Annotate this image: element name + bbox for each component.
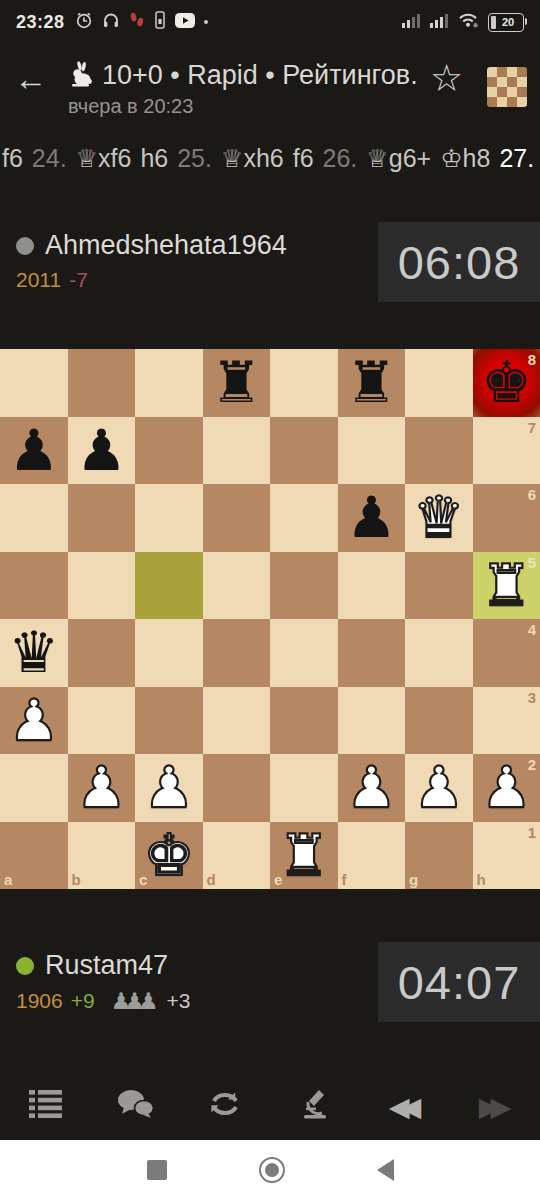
square-c6[interactable]: [135, 484, 203, 552]
square-d4[interactable]: [203, 619, 271, 687]
back-icon[interactable]: [377, 1159, 394, 1181]
square-c1[interactable]: ♚c: [135, 822, 203, 890]
rank-label: 2: [528, 757, 536, 772]
app-screen: 23:28: [0, 0, 540, 1200]
square-e4[interactable]: [270, 619, 338, 687]
black-rook: ♜: [211, 354, 262, 411]
square-c8[interactable]: [135, 349, 203, 417]
game-title-block: 10+0 • Rapid • Рейтингов... вчера в 20:2…: [68, 60, 418, 118]
menu-list-button[interactable]: [15, 1081, 75, 1131]
square-d1[interactable]: d: [203, 822, 271, 890]
square-d3[interactable]: [203, 687, 271, 755]
white-pawn: ♟: [481, 759, 532, 816]
home-icon[interactable]: [259, 1157, 285, 1183]
bottom-toolbar: ◀◀ ▶▶: [0, 1078, 540, 1134]
square-g4[interactable]: [405, 619, 473, 687]
status-bar: 23:28: [0, 0, 540, 44]
square-f5[interactable]: [338, 552, 406, 620]
white-rook: ♜: [278, 827, 329, 884]
rabbit-icon: [68, 61, 93, 91]
black-king: ♚: [481, 354, 532, 411]
white-pawn: ♟: [8, 692, 59, 749]
flip-board-icon: [208, 1088, 242, 1124]
battery-icon: 20: [488, 13, 524, 32]
move[interactable]: ♕xh6: [221, 144, 284, 173]
back-button[interactable]: ←: [14, 62, 47, 95]
square-d2[interactable]: [203, 754, 271, 822]
black-pawn: ♟: [76, 422, 127, 479]
square-a6[interactable]: [0, 484, 68, 552]
player-bottom-name[interactable]: Rustam47: [45, 950, 168, 981]
material-advantage: +3: [167, 989, 191, 1013]
youtube-icon: [175, 13, 195, 32]
square-d5[interactable]: [203, 552, 271, 620]
move[interactable]: h6: [140, 144, 168, 173]
square-e2[interactable]: [270, 754, 338, 822]
square-b4[interactable]: [68, 619, 136, 687]
clock-top: 06:08: [378, 222, 540, 302]
square-a7[interactable]: ♟: [0, 417, 68, 485]
square-g6[interactable]: ♛: [405, 484, 473, 552]
player-top-name[interactable]: Ahmedshehata1964: [45, 230, 287, 261]
square-e6[interactable]: [270, 484, 338, 552]
move[interactable]: ♕xf6: [76, 144, 132, 173]
white-rook: ♜: [481, 557, 532, 614]
notification-dot: [204, 20, 208, 24]
square-b2[interactable]: ♟: [68, 754, 136, 822]
analysis-microscope-icon: [299, 1088, 331, 1124]
rank-label: 4: [528, 622, 536, 637]
move[interactable]: f6: [2, 144, 23, 173]
square-a5[interactable]: [0, 552, 68, 620]
black-pawn: ♟: [346, 489, 397, 546]
square-b3[interactable]: [68, 687, 136, 755]
file-label: c: [139, 872, 147, 887]
white-pawn: ♟: [413, 759, 464, 816]
flip-board-button[interactable]: [195, 1081, 255, 1131]
move[interactable]: ♕g6+: [366, 144, 431, 173]
black-queen: ♛: [8, 624, 59, 681]
square-f1[interactable]: f: [338, 822, 406, 890]
square-f6[interactable]: ♟: [338, 484, 406, 552]
recents-icon[interactable]: [147, 1160, 167, 1180]
alarm-icon: [75, 11, 93, 33]
fast-forward-icon: ▶▶: [479, 1091, 512, 1122]
square-h7[interactable]: 7: [473, 417, 540, 485]
file-label: e: [274, 872, 282, 887]
file-label: h: [477, 872, 486, 887]
square-h4[interactable]: 4: [473, 619, 540, 687]
square-b7[interactable]: ♟: [68, 417, 136, 485]
square-g3[interactable]: [405, 687, 473, 755]
bookmark-star-button[interactable]: ☆: [430, 60, 463, 97]
square-a8[interactable]: [0, 349, 68, 417]
rank-label: 3: [528, 690, 536, 705]
square-g7[interactable]: [405, 417, 473, 485]
move-number[interactable]: 25.: [177, 144, 212, 173]
square-h2[interactable]: ♟2: [473, 754, 540, 822]
rank-label: 6: [528, 487, 536, 502]
player-top: Ahmedshehata1964 2011 -7: [16, 230, 376, 292]
file-label: g: [409, 872, 418, 887]
clock-bottom: 04:07: [378, 942, 540, 1022]
square-e5[interactable]: [270, 552, 338, 620]
square-e8[interactable]: [270, 349, 338, 417]
square-d7[interactable]: [203, 417, 271, 485]
file-label: a: [4, 872, 12, 887]
battery-app-icon: [154, 11, 166, 33]
square-h6[interactable]: 6: [473, 484, 540, 552]
black-pawn: ♟: [8, 422, 59, 479]
analysis-button[interactable]: [285, 1081, 345, 1131]
white-pawn: ♟: [76, 759, 127, 816]
square-c7[interactable]: [135, 417, 203, 485]
move-number[interactable]: 26.: [323, 144, 358, 173]
square-f3[interactable]: [338, 687, 406, 755]
square-h3[interactable]: 3: [473, 687, 540, 755]
square-c4[interactable]: [135, 619, 203, 687]
square-f2[interactable]: ♟: [338, 754, 406, 822]
move[interactable]: f6: [293, 144, 314, 173]
chat-button[interactable]: [105, 1081, 165, 1131]
square-e3[interactable]: [270, 687, 338, 755]
player-top-rating: 2011: [16, 268, 61, 292]
square-g1[interactable]: g: [405, 822, 473, 890]
wifi-icon: [458, 12, 479, 32]
player-top-rating-diff: -7: [69, 268, 88, 292]
file-label: d: [207, 872, 216, 887]
rank-label: 5: [528, 555, 536, 570]
square-d8[interactable]: ♜: [203, 349, 271, 417]
square-e7[interactable]: [270, 417, 338, 485]
menu-list-icon: [29, 1090, 62, 1122]
board-thumbnail-button[interactable]: [487, 67, 527, 107]
square-g2[interactable]: ♟: [405, 754, 473, 822]
rank-label: 8: [528, 352, 536, 367]
file-label: b: [72, 872, 81, 887]
square-c2[interactable]: ♟: [135, 754, 203, 822]
square-h1[interactable]: 1h: [473, 822, 540, 890]
move[interactable]: ♔h8: [440, 144, 490, 173]
online-dot-icon: [16, 957, 34, 975]
battery-percent: 20: [502, 16, 514, 28]
move-list: f624.♕xf6h625.♕xh6f626.♕g6+♔h827.♖h5#: [2, 137, 540, 179]
square-a1[interactable]: a: [0, 822, 68, 890]
white-queen: ♛: [413, 489, 464, 546]
android-nav-bar: [0, 1140, 540, 1200]
square-f8[interactable]: ♜: [338, 349, 406, 417]
cell-signal-icon: [402, 13, 421, 32]
square-e1[interactable]: ♜e: [270, 822, 338, 890]
page-title: 10+0 • Rapid • Рейтингов...: [102, 60, 418, 91]
square-f7[interactable]: [338, 417, 406, 485]
white-king: ♚: [143, 827, 194, 884]
white-pawn: ♟: [346, 759, 397, 816]
player-bottom: Rustam47 1906 +9 ♟♟♟ +3: [16, 950, 376, 1014]
black-rook: ♜: [346, 354, 397, 411]
rewind-icon: ◀◀: [389, 1091, 422, 1122]
square-a2[interactable]: [0, 754, 68, 822]
offline-dot-icon: [16, 237, 34, 255]
square-h8[interactable]: ♚8: [473, 349, 540, 417]
player-bottom-rating: 1906: [16, 989, 63, 1013]
player-bottom-rating-diff: +9: [71, 989, 95, 1013]
cell-signal-icon: [430, 13, 449, 32]
square-c3[interactable]: [135, 687, 203, 755]
headset-icon: [102, 11, 120, 33]
square-b5[interactable]: [68, 552, 136, 620]
footsteps-icon: [129, 11, 145, 33]
square-a3[interactable]: ♟: [0, 687, 68, 755]
square-h5[interactable]: ♜5: [473, 552, 540, 620]
square-f4[interactable]: [338, 619, 406, 687]
square-g5[interactable]: [405, 552, 473, 620]
chess-board: ♜♜♚8♟♟7♟♛6♜5♛4♟3♟♟♟♟♟2ab♚cd♜efg1h: [0, 349, 540, 889]
square-a4[interactable]: ♛: [0, 619, 68, 687]
square-c5[interactable]: [135, 552, 203, 620]
file-label: f: [342, 872, 347, 887]
fast-forward-button[interactable]: ▶▶: [465, 1081, 525, 1131]
move-number[interactable]: 27.: [499, 144, 534, 173]
rank-label: 1: [528, 825, 536, 840]
captured-pawns-icons: ♟♟♟: [111, 988, 159, 1014]
game-date: вчера в 20:23: [68, 95, 418, 118]
square-d6[interactable]: [203, 484, 271, 552]
white-pawn: ♟: [143, 759, 194, 816]
move-number[interactable]: 24.: [32, 144, 67, 173]
square-b1[interactable]: b: [68, 822, 136, 890]
clock-time: 23:28: [16, 12, 65, 33]
rank-label: 7: [528, 420, 536, 435]
square-b6[interactable]: [68, 484, 136, 552]
square-b8[interactable]: [68, 349, 136, 417]
chat-icon: [117, 1089, 154, 1123]
rewind-button[interactable]: ◀◀: [375, 1081, 435, 1131]
square-g8[interactable]: [405, 349, 473, 417]
